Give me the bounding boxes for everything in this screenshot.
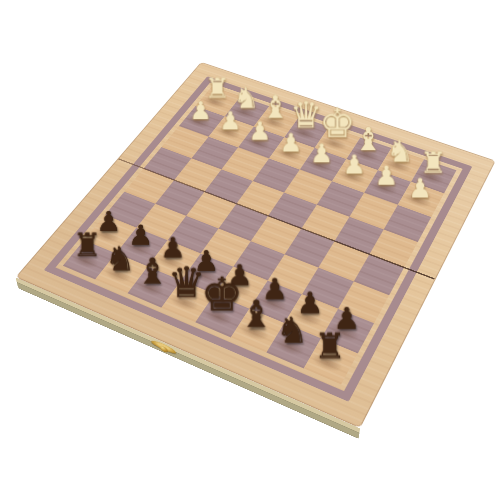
white-pawn[interactable]: ♟	[304, 140, 339, 166]
chess-board: ♜♞♝♛♚♝♞♜♟♟♟♟♟♟♟♟♟♟♟♟♟♟♟♟♜♞♝♛♚♝♞♜	[15, 62, 495, 428]
brass-clasp-icon	[150, 338, 175, 355]
black-bishop[interactable]: ♝	[236, 295, 276, 333]
white-pawn[interactable]: ♟	[336, 151, 371, 177]
photo-background: ♜♞♝♛♚♝♞♜♟♟♟♟♟♟♟♟♟♟♟♟♟♟♟♟♜♞♝♛♚♝♞♜	[0, 0, 500, 500]
black-king[interactable]: ♚	[201, 271, 241, 318]
black-knight[interactable]: ♞	[272, 312, 313, 348]
white-pawn[interactable]: ♟	[273, 129, 308, 155]
white-pawn[interactable]: ♟	[243, 118, 277, 143]
squares-grid: ♜♞♝♛♚♝♞♜♟♟♟♟♟♟♟♟♟♟♟♟♟♟♟♟♜♞♝♛♚♝♞♜	[63, 86, 457, 384]
white-pawn[interactable]: ♟	[184, 98, 217, 123]
white-pawn[interactable]: ♟	[369, 163, 405, 189]
clasp-knob-icon	[159, 345, 167, 354]
white-pawn[interactable]: ♟	[402, 174, 438, 201]
black-rook[interactable]: ♜	[309, 328, 350, 363]
